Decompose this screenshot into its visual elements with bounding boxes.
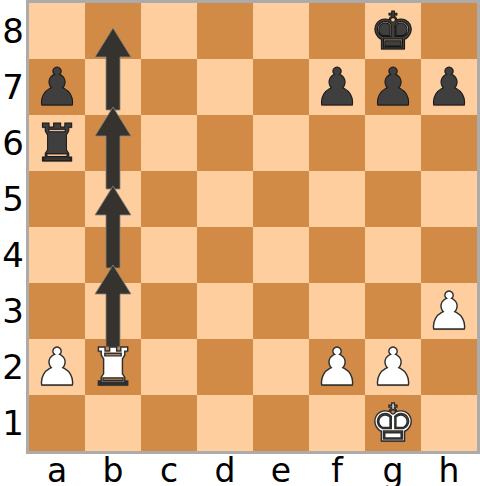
chess-diagram: 87654321 ♚♟♟♟♟♜♟♟♜♟♟♚ abcdefgh [0,0,480,486]
piece-black-pawn-h7[interactable]: ♟ [421,59,477,115]
piece-white-pawn-f2[interactable]: ♟ [309,339,365,395]
piece-white-pawn-a2[interactable]: ♟ [29,339,85,395]
piece-white-pawn-g2[interactable]: ♟ [365,339,421,395]
rank-label-6: 6 [0,115,26,171]
file-label-g: g [365,452,421,486]
file-labels: abcdefgh [29,452,477,486]
piece-white-pawn-h3[interactable]: ♟ [421,283,477,339]
chess-board: ♚♟♟♟♟♜♟♟♜♟♟♚ [26,0,480,454]
file-label-a: a [29,452,85,486]
piece-black-pawn-f7[interactable]: ♟ [309,59,365,115]
rank-label-4: 4 [0,227,26,283]
piece-black-pawn-a7[interactable]: ♟ [29,59,85,115]
file-label-e: e [253,452,309,486]
file-label-f: f [309,452,365,486]
file-label-h: h [421,452,477,486]
rank-label-5: 5 [0,171,26,227]
rank-label-1: 1 [0,395,26,451]
file-label-c: c [141,452,197,486]
rank-labels: 87654321 [0,3,26,451]
rank-label-8: 8 [0,3,26,59]
piece-black-rook-a6[interactable]: ♜ [29,115,85,171]
file-label-b: b [85,452,141,486]
piece-white-king-g1[interactable]: ♚ [365,395,421,451]
piece-black-king-g8[interactable]: ♚ [365,3,421,59]
rank-label-7: 7 [0,59,26,115]
piece-black-pawn-g7[interactable]: ♟ [365,59,421,115]
piece-white-rook-b2[interactable]: ♜ [85,339,141,395]
file-label-d: d [197,452,253,486]
rank-label-2: 2 [0,339,26,395]
rank-label-3: 3 [0,283,26,339]
pieces-layer: ♚♟♟♟♟♜♟♟♜♟♟♚ [29,3,477,451]
